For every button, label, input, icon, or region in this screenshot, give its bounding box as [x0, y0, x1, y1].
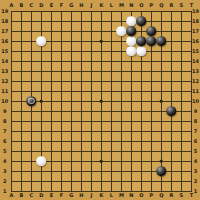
bottom-col-label-R: R: [169, 193, 173, 198]
right-row-label-4: 4: [194, 159, 197, 164]
left-row-label-19: 19: [1, 9, 8, 14]
left-row-label-10: 10: [1, 99, 8, 104]
top-col-label-A: A: [9, 2, 13, 7]
top-col-label-N: N: [129, 2, 133, 7]
top-col-label-C: C: [30, 2, 34, 7]
star-point-K16: [100, 40, 103, 43]
right-row-label-15: 15: [192, 49, 199, 54]
bottom-col-label-K: K: [99, 193, 103, 198]
black-stone-Q16[interactable]: [157, 37, 167, 47]
white-stone-N16[interactable]: [127, 37, 137, 47]
right-row-label-18: 18: [192, 19, 199, 24]
top-col-label-B: B: [19, 2, 23, 7]
star-point-K4: [100, 160, 103, 163]
white-stone-D4[interactable]: [37, 157, 47, 167]
right-row-label-3: 3: [194, 169, 197, 174]
top-col-label-T: T: [190, 2, 193, 7]
left-row-label-14: 14: [1, 59, 8, 64]
last-move-marker: [28, 98, 35, 105]
top-col-label-E: E: [50, 2, 53, 7]
left-row-label-7: 7: [3, 129, 6, 134]
right-row-label-19: 19: [192, 9, 199, 14]
top-col-label-P: P: [150, 2, 154, 7]
left-row-label-1: 1: [3, 189, 6, 194]
left-row-label-11: 11: [1, 89, 8, 94]
left-row-label-16: 16: [1, 39, 8, 44]
left-row-label-6: 6: [3, 139, 6, 144]
star-point-Q10: [160, 100, 163, 103]
left-row-label-9: 9: [3, 109, 6, 114]
bottom-col-label-A: A: [9, 193, 13, 198]
top-col-label-O: O: [139, 2, 143, 7]
black-stone-Q3[interactable]: [157, 167, 167, 177]
star-point-Q4: [160, 160, 163, 163]
white-stone-M17[interactable]: [117, 27, 127, 37]
top-col-label-G: G: [69, 2, 73, 7]
white-stone-D16[interactable]: [37, 37, 47, 47]
right-row-label-10: 10: [192, 99, 199, 104]
go-board-app: AABBCCDDEEFFGGHHJJKKLLMMNNOOPPQQRRSSTT19…: [0, 0, 200, 200]
top-col-label-H: H: [79, 2, 83, 7]
bottom-col-label-S: S: [180, 193, 184, 198]
left-row-label-15: 15: [1, 49, 8, 54]
black-stone-C10[interactable]: [27, 97, 37, 107]
top-col-label-D: D: [39, 2, 43, 7]
bottom-col-label-N: N: [129, 193, 133, 198]
bottom-col-label-F: F: [60, 193, 63, 198]
left-row-label-17: 17: [1, 29, 8, 34]
white-stone-N18[interactable]: [127, 17, 137, 27]
top-col-label-M: M: [119, 2, 124, 7]
top-col-label-J: J: [90, 2, 92, 7]
black-stone-N17[interactable]: [127, 27, 137, 37]
right-row-label-16: 16: [192, 39, 199, 44]
bottom-col-label-G: G: [69, 193, 73, 198]
white-stone-O15[interactable]: [137, 47, 147, 57]
right-row-label-9: 9: [194, 109, 197, 114]
bottom-col-label-T: T: [190, 193, 193, 198]
left-row-label-18: 18: [1, 19, 8, 24]
left-row-label-3: 3: [3, 169, 6, 174]
black-stone-R9[interactable]: [167, 107, 177, 117]
left-row-label-12: 12: [1, 79, 8, 84]
left-row-label-13: 13: [1, 69, 8, 74]
right-row-label-13: 13: [192, 69, 199, 74]
bottom-col-label-O: O: [139, 193, 143, 198]
bottom-col-label-M: M: [119, 193, 124, 198]
right-row-label-8: 8: [194, 119, 197, 124]
star-point-D10: [40, 100, 43, 103]
black-stone-P16[interactable]: [147, 37, 157, 47]
right-row-label-14: 14: [192, 59, 199, 64]
top-col-label-Q: Q: [159, 2, 163, 7]
star-point-K10: [100, 100, 103, 103]
white-stone-N15[interactable]: [127, 47, 137, 57]
left-row-label-8: 8: [3, 119, 6, 124]
right-row-label-17: 17: [192, 29, 199, 34]
black-stone-O16[interactable]: [137, 37, 147, 47]
left-row-label-2: 2: [3, 179, 6, 184]
black-stone-P17[interactable]: [147, 27, 157, 37]
right-row-label-5: 5: [194, 149, 197, 154]
right-row-label-1: 1: [194, 189, 197, 194]
top-col-label-K: K: [99, 2, 103, 7]
right-row-label-6: 6: [194, 139, 197, 144]
left-row-label-4: 4: [3, 159, 6, 164]
bottom-col-label-P: P: [150, 193, 154, 198]
bottom-col-label-B: B: [19, 193, 23, 198]
right-row-label-11: 11: [192, 89, 199, 94]
bottom-col-label-C: C: [30, 193, 34, 198]
bottom-col-label-L: L: [110, 193, 113, 198]
right-row-label-2: 2: [194, 179, 197, 184]
bottom-col-label-H: H: [79, 193, 83, 198]
top-col-label-R: R: [169, 2, 173, 7]
bottom-col-label-E: E: [50, 193, 53, 198]
black-stone-O18[interactable]: [137, 17, 147, 27]
right-row-label-12: 12: [192, 79, 199, 84]
bottom-col-label-J: J: [90, 193, 92, 198]
left-row-label-5: 5: [3, 149, 6, 154]
top-col-label-S: S: [180, 2, 184, 7]
bottom-col-label-Q: Q: [159, 193, 163, 198]
right-row-label-7: 7: [194, 129, 197, 134]
top-col-label-L: L: [110, 2, 113, 7]
bottom-col-label-D: D: [39, 193, 43, 198]
top-col-label-F: F: [60, 2, 63, 7]
